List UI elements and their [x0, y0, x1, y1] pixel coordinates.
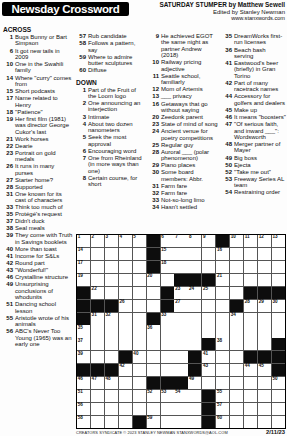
grid-cell[interactable]	[105, 325, 118, 337]
clue-item: 60Diffuse	[76, 67, 146, 73]
grid-cell[interactable]	[216, 364, 229, 376]
across-list-continued: 57Rub candidate58Follows a pattern, say5…	[76, 33, 146, 74]
grid-cell[interactable]	[230, 274, 243, 286]
grid-cell[interactable]	[272, 390, 285, 402]
black-cell	[77, 313, 90, 325]
grid-cell[interactable]	[119, 325, 132, 337]
grid-cell[interactable]	[119, 377, 132, 389]
grid-cell[interactable]	[161, 325, 174, 337]
grid-cell[interactable]: 55	[216, 390, 229, 402]
grid-cell[interactable]	[119, 274, 132, 286]
grid-cell[interactable]: 6	[161, 235, 174, 247]
grid-cell[interactable]	[244, 416, 257, 428]
clue-text: Ejecta	[234, 162, 286, 168]
clue-item: 2One announcing an interjection	[76, 100, 146, 113]
grid-cell[interactable]	[147, 351, 160, 363]
clue-item: 38Seal meals	[3, 225, 73, 231]
grid-cell[interactable]	[244, 261, 257, 273]
cell-number: 25	[203, 287, 208, 292]
grid-cell[interactable]	[230, 248, 243, 260]
clue-number: 41	[222, 60, 234, 79]
grid-cell[interactable]	[105, 261, 118, 273]
clue-text: Farm fare	[161, 190, 219, 196]
grid-cell[interactable]	[230, 377, 243, 389]
clue-text: It got new tails in 2009	[15, 48, 73, 61]
black-cell	[147, 313, 160, 325]
grid-cell[interactable]	[188, 261, 201, 273]
grid-cell[interactable]	[230, 364, 243, 376]
editor-line: Edited by Stanley Newman	[131, 9, 285, 16]
grid-cell[interactable]	[133, 313, 146, 325]
grid-cell[interactable]	[258, 313, 271, 325]
cell-number: 10	[231, 235, 236, 240]
grid-cell[interactable]	[91, 325, 104, 337]
grid-cell[interactable]: 53	[161, 390, 174, 402]
clue-text: Income for S&Ls	[15, 253, 73, 259]
clue-text: Where to admire butter sculptures	[88, 54, 146, 67]
clue-number: 52	[222, 169, 234, 175]
clue-item: 8Certain course, for short	[76, 175, 146, 188]
grid-cell[interactable]: 18	[161, 261, 174, 273]
cell-number: 24	[189, 287, 194, 292]
grid-cell[interactable]: 52	[147, 390, 160, 402]
grid-cell[interactable]	[133, 403, 146, 415]
grid-cell[interactable]: 8	[188, 235, 201, 247]
grid-cell[interactable]	[147, 364, 160, 376]
grid-cell[interactable]	[105, 274, 118, 286]
grid-cell[interactable]	[230, 325, 243, 337]
grid-cell[interactable]	[244, 390, 257, 402]
clue-text: Starter home?	[15, 177, 73, 183]
grid-cell[interactable]	[105, 287, 118, 299]
grid-cell[interactable]	[230, 351, 243, 363]
grid-cell[interactable]: 22	[91, 287, 104, 299]
grid-cell[interactable]	[105, 390, 118, 402]
grid-cell[interactable]	[244, 313, 257, 325]
grid-cell[interactable]	[272, 325, 285, 337]
grid-cell[interactable]	[188, 248, 201, 260]
grid-cell[interactable]: 44	[244, 364, 257, 376]
grid-cell[interactable]	[91, 248, 104, 260]
grid-cell[interactable]	[202, 377, 215, 389]
clue-item: 54Restraining order	[222, 189, 286, 195]
grid-cell[interactable]: 21	[216, 274, 229, 286]
clue-item: 12Mom of Artemis	[149, 86, 219, 92]
grid-cell[interactable]	[174, 325, 187, 337]
grid-cell[interactable]: 16	[216, 248, 229, 260]
black-cell	[161, 377, 174, 389]
clue-item: 42Part of many racetrack names	[222, 80, 286, 93]
grid-cell[interactable]: 1	[77, 235, 90, 247]
grid-cell[interactable]	[161, 351, 174, 363]
grid-cell[interactable]	[258, 338, 271, 350]
grid-cell[interactable]	[188, 338, 201, 350]
down-header: DOWN	[76, 79, 146, 86]
grid-cell[interactable]: 45	[258, 364, 271, 376]
grid-cell[interactable]	[147, 403, 160, 415]
grid-cell[interactable]	[119, 338, 132, 350]
black-cell	[147, 248, 160, 260]
grid-cell[interactable]: 35	[77, 325, 90, 337]
grid-cell[interactable]	[258, 248, 271, 260]
grid-cell[interactable]	[91, 403, 104, 415]
grid-cell[interactable]	[244, 338, 257, 350]
grid-cell[interactable]	[202, 261, 215, 273]
grid-cell[interactable]: 56	[77, 403, 90, 415]
grid-cell[interactable]	[105, 351, 118, 363]
grid-cell[interactable]	[119, 248, 132, 260]
grid-cell[interactable]	[133, 364, 146, 376]
grid-cell[interactable]	[230, 416, 243, 428]
black-cell	[272, 364, 285, 376]
clue-item: 52"Take me out"	[222, 169, 286, 175]
grid-cell[interactable]	[202, 325, 215, 337]
grid-cell[interactable]	[188, 325, 201, 337]
grid-cell[interactable]	[91, 416, 104, 428]
cell-number: 30	[273, 300, 278, 305]
grid-cell[interactable]	[258, 377, 271, 389]
grid-cell[interactable]: 42	[119, 364, 132, 376]
cell-number: 44	[245, 364, 250, 369]
cell-number: 41	[203, 352, 208, 357]
clue-item: 41Eastwood's beer (briefly) in Gran Tori…	[222, 60, 286, 79]
grid-cell[interactable]	[230, 338, 243, 350]
across-header: ACROSS	[3, 26, 73, 33]
grid-cell[interactable]	[91, 274, 104, 286]
grid-cell[interactable]	[133, 338, 146, 350]
clue-item: 33Not-so-long limo	[149, 197, 219, 203]
grid-cell[interactable]	[174, 351, 187, 363]
clue-text: Hasn't settled	[161, 204, 219, 210]
grid-cell[interactable]	[258, 274, 271, 286]
grid-cell[interactable]: 58	[77, 416, 90, 428]
clue-text: One from Rheinland (in more ways than on…	[88, 155, 146, 174]
grid-cell[interactable]	[244, 248, 257, 260]
grid-cell[interactable]	[216, 325, 229, 337]
grid-cell[interactable]: 28	[244, 300, 257, 312]
clue-text: Unsurprising conclusions of whodunits	[15, 281, 73, 300]
grid-cell[interactable]: 29	[258, 300, 271, 312]
clue-item: 21Work horses	[3, 136, 73, 142]
grid-cell[interactable]: 13	[272, 235, 285, 247]
clue-text: He achieved EGOT the same night as partn…	[161, 33, 219, 59]
grid-cell[interactable]: 14	[77, 248, 90, 260]
cell-number: 46	[78, 377, 83, 382]
grid-cell[interactable]	[272, 261, 285, 273]
grid-cell[interactable]: 41	[202, 351, 215, 363]
clue-text: Think too much of	[15, 204, 73, 210]
grid-cell[interactable]	[188, 403, 201, 415]
clue-number: 18	[3, 109, 15, 115]
grid-cell[interactable]: 49	[188, 377, 201, 389]
clue-number: 30	[149, 169, 161, 182]
grid-cell[interactable]	[230, 390, 243, 402]
grid-cell[interactable]	[258, 403, 271, 415]
cell-number: 22	[92, 287, 97, 292]
grid-cell[interactable]	[119, 403, 132, 415]
grid-cell[interactable]: 15	[161, 248, 174, 260]
black-cell	[77, 364, 90, 376]
grid-cell[interactable]	[133, 248, 146, 260]
clue-number: 6	[76, 148, 88, 154]
clue-text: Farm fare	[161, 183, 219, 189]
clue-item: 5Seek the most approval	[76, 134, 146, 147]
clue-item: 32Farm fare	[149, 190, 219, 196]
grid-cell[interactable]	[133, 261, 146, 273]
grid-cell[interactable]	[272, 416, 285, 428]
grid-cell[interactable]	[174, 364, 187, 376]
black-cell	[147, 377, 160, 389]
grid-cell[interactable]: 11	[244, 235, 257, 247]
grid-cell[interactable]: 26	[119, 300, 132, 312]
clue-text: Beach bash serving	[234, 47, 286, 60]
grid-cell[interactable]: 40	[133, 351, 146, 363]
cell-number: 19	[78, 274, 83, 279]
grid-cell[interactable]	[216, 313, 229, 325]
grid-cell[interactable]	[272, 274, 285, 286]
clue-item: 35Protégé's request	[3, 211, 73, 217]
grid-cell[interactable]	[216, 351, 229, 363]
grid-cell[interactable]	[244, 325, 257, 337]
grid-cell[interactable]	[188, 313, 201, 325]
grid-cell[interactable]: 9	[202, 235, 215, 247]
clue-number: 59	[76, 54, 88, 67]
grid-cell[interactable]	[119, 261, 132, 273]
clue-item: 13___ privacy	[149, 93, 219, 99]
grid-cell[interactable]	[119, 313, 132, 325]
clue-number: 39	[3, 232, 15, 245]
grid-cell[interactable]: 5	[133, 235, 146, 247]
grid-cell[interactable]	[174, 261, 187, 273]
clue-text: They come with Truth in Savings booklets	[15, 232, 73, 245]
clue-item: 36Beach bash serving	[222, 47, 286, 60]
clue-item: 30Some board members: Abbr.	[149, 169, 219, 182]
grid-cell[interactable]	[91, 338, 104, 350]
clue-number: 23	[3, 150, 15, 163]
grid-cell[interactable]	[161, 403, 174, 415]
clue-number: 21	[3, 136, 15, 142]
grid-cell[interactable]: 32	[105, 313, 118, 325]
grid-cell[interactable]: 17	[77, 261, 90, 273]
grid-cell[interactable]	[244, 403, 257, 415]
grid-cell[interactable]	[161, 364, 174, 376]
grid-cell[interactable]: 7	[174, 235, 187, 247]
grid-cell[interactable]	[258, 390, 271, 402]
grid-cell[interactable]	[119, 390, 132, 402]
clue-text: Make up	[234, 107, 286, 113]
clue-item: 35DreamWorks first-run licenses	[222, 33, 286, 46]
grid-cell[interactable]	[105, 403, 118, 415]
grid-cell[interactable]	[105, 248, 118, 260]
grid-cell[interactable]	[161, 338, 174, 350]
cell-number: 37	[78, 339, 83, 344]
black-cell	[272, 338, 285, 350]
grid-cell[interactable]: 31	[91, 313, 104, 325]
clue-text: Short podcasts	[15, 88, 73, 94]
clue-text: Merger partner of Mayer	[234, 141, 286, 154]
grid-cell[interactable]: 10	[230, 235, 243, 247]
grid-cell[interactable]	[258, 261, 271, 273]
grid-cell[interactable]	[147, 300, 160, 312]
grid-cell[interactable]: 48	[105, 377, 118, 389]
grid-cell[interactable]	[133, 390, 146, 402]
grid-cell[interactable]: 51	[77, 390, 90, 402]
grid-cell[interactable]: 25	[202, 287, 215, 299]
grid-cell[interactable]: 59	[147, 416, 160, 428]
grid-cell[interactable]	[91, 351, 104, 363]
grid-cell[interactable]: 4	[119, 235, 132, 247]
grid-cell[interactable]	[216, 377, 229, 389]
grid-cell[interactable]: 60	[216, 416, 229, 428]
clue-number: 1	[3, 34, 15, 47]
clue-number: 40	[3, 246, 15, 252]
grid-cell[interactable]: 39	[77, 351, 90, 363]
clue-text: ABC's Never Too Young (1965) was an earl…	[15, 328, 73, 347]
cell-number: 58	[78, 416, 83, 421]
clue-column-4: 35DreamWorks first-run licenses36Beach b…	[222, 33, 286, 196]
grid-cell[interactable]	[174, 416, 187, 428]
grid-cell[interactable]: 47	[91, 377, 104, 389]
grid-cell[interactable]	[105, 416, 118, 428]
grid-cell[interactable]	[133, 300, 146, 312]
grid-cell[interactable]	[244, 377, 257, 389]
grid-cell[interactable]: 3	[105, 235, 118, 247]
grid-cell[interactable]: 46	[77, 377, 90, 389]
clue-item: 10One in the Swahili family	[3, 61, 73, 74]
grid-cell[interactable]	[272, 313, 285, 325]
cell-number: 55	[217, 390, 222, 395]
crossword-page: Newsday Crossword SATURDAY STUMPER by Ma…	[0, 0, 287, 436]
grid-cell[interactable]: 57	[216, 403, 229, 415]
grid-cell[interactable]	[133, 325, 146, 337]
black-cell	[216, 235, 229, 247]
grid-cell[interactable]	[230, 403, 243, 415]
grid-cell[interactable]	[161, 274, 174, 286]
black-cell	[202, 403, 215, 415]
clue-item: 41Income for S&Ls	[3, 253, 73, 259]
grid-cell[interactable]: 24	[188, 287, 201, 299]
clue-number: 7	[76, 155, 88, 174]
grid-cell[interactable]	[119, 287, 132, 299]
grid-cell[interactable]	[188, 390, 201, 402]
grid-cell[interactable]: 30	[272, 300, 285, 312]
clue-text: Certain course, for short	[88, 175, 146, 188]
grid-cell[interactable]: 2	[91, 235, 104, 247]
grid-cell[interactable]	[188, 300, 201, 312]
clue-text: Rub candidate	[88, 33, 146, 39]
grid-cell[interactable]	[202, 300, 215, 312]
grid-cell[interactable]	[188, 416, 201, 428]
clue-number: 34	[149, 204, 161, 210]
clue-item: 50Ejecta	[222, 162, 286, 168]
grid-cell[interactable]: 19	[77, 274, 90, 286]
grid-cell[interactable]: 54	[174, 390, 187, 402]
grid-cell[interactable]: 20	[147, 274, 160, 286]
clue-text: Seal meals	[15, 225, 73, 231]
clue-text: Piano places	[161, 162, 219, 168]
clue-item: 43"Wonderful!"	[3, 267, 73, 273]
grid-cell[interactable]	[216, 300, 229, 312]
clue-number: 48	[222, 141, 234, 154]
clue-text: Auroral ___ (polar phenomenon)	[161, 149, 219, 162]
grid-cell[interactable]	[91, 390, 104, 402]
clue-number: 4	[76, 121, 88, 134]
cell-number: 2	[92, 235, 95, 240]
clue-number: 17	[3, 95, 15, 108]
grid-cell[interactable]	[174, 248, 187, 260]
clue-item: 1Bugs Bunny or Bart Simpson	[3, 34, 73, 47]
clue-text: Diffuse	[88, 67, 146, 73]
grid-cell[interactable]: 27	[174, 300, 187, 312]
clue-number: 43	[3, 267, 15, 273]
clue-text: Crystalline structure	[15, 274, 73, 280]
black-cell	[272, 351, 285, 363]
black-cell	[272, 287, 285, 299]
grid-cell[interactable]	[202, 313, 215, 325]
grid-cell[interactable]	[272, 248, 285, 260]
grid-cell[interactable]	[133, 377, 146, 389]
grid-cell[interactable]	[230, 287, 243, 299]
down-list-continued-2: 35DreamWorks first-run licenses36Beach b…	[222, 33, 286, 196]
clue-item: 25Regular guy	[149, 142, 219, 148]
grid-cell[interactable]	[147, 338, 160, 350]
grid-cell[interactable]	[202, 248, 215, 260]
grid-cell[interactable]: 43	[202, 364, 215, 376]
clue-number: 12	[149, 86, 161, 92]
clue-number: 60	[76, 67, 88, 73]
grid-cell[interactable]	[258, 416, 271, 428]
grid-cell[interactable]: 36	[147, 325, 160, 337]
grid-cell[interactable]: 34	[230, 313, 243, 325]
clue-text: DreamWorks first-run licenses	[234, 33, 286, 46]
grid-cell[interactable]	[174, 403, 187, 415]
grid-cell[interactable]	[258, 325, 271, 337]
grid-cell[interactable]	[105, 338, 118, 350]
grid-cell[interactable]: 23	[174, 287, 187, 299]
grid-cell[interactable]	[133, 274, 146, 286]
grid-cell[interactable]	[133, 287, 146, 299]
grid-cell[interactable]	[272, 403, 285, 415]
cell-number: 28	[245, 300, 250, 305]
black-cell	[105, 300, 118, 312]
grid-cell[interactable]	[174, 338, 187, 350]
clue-number: 55	[3, 315, 15, 328]
cell-number: 3	[106, 235, 109, 240]
grid-cell[interactable]	[91, 261, 104, 273]
grid-cell[interactable]	[216, 261, 229, 273]
grid-cell[interactable]	[230, 261, 243, 273]
clue-item: 29Piano places	[149, 162, 219, 168]
grid-cell[interactable]: 38	[216, 338, 229, 350]
grid-cell[interactable]: 37	[77, 338, 90, 350]
grid-cell[interactable]	[147, 287, 160, 299]
grid-cell[interactable]: 33	[161, 313, 174, 325]
black-cell	[230, 300, 243, 312]
clue-text: Her first film (1981) was director Georg…	[15, 116, 73, 135]
clue-text: Dearie	[15, 143, 73, 149]
grid-cell[interactable]: 12	[258, 235, 271, 247]
clue-text: Part of many racetrack names	[234, 80, 286, 93]
clue-number: 20	[149, 114, 161, 120]
clue-number: 22	[3, 143, 15, 149]
grid-cell[interactable]	[216, 287, 229, 299]
grid-cell[interactable]	[161, 416, 174, 428]
grid-cell[interactable]	[244, 274, 257, 286]
grid-cell[interactable]	[174, 313, 187, 325]
grid-cell[interactable]	[119, 416, 132, 428]
grid-cell[interactable]: 50	[272, 377, 285, 389]
clue-number: 9	[149, 33, 161, 59]
